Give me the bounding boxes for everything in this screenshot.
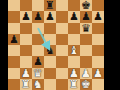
square-c8[interactable] xyxy=(32,0,44,11)
square-d1[interactable] xyxy=(44,79,56,90)
square-g5[interactable] xyxy=(80,34,92,45)
black-pawn-icon: ♟ xyxy=(93,11,103,22)
black-king-icon: ♚ xyxy=(81,0,91,11)
square-c5[interactable] xyxy=(32,34,44,45)
square-g2[interactable]: ♟ xyxy=(80,68,92,79)
square-c6[interactable] xyxy=(32,23,44,34)
square-h8[interactable] xyxy=(92,0,104,11)
white-knight-icon: ♞ xyxy=(33,78,43,89)
video-thumbnail-canvas: ♜♚♟♟♟♟♟♟♛♟♞♝♟♟♛♟♟♟♜♞♜♚ xyxy=(0,0,120,90)
square-a3[interactable] xyxy=(8,56,20,67)
square-f4[interactable]: ♝ xyxy=(68,45,80,56)
square-f8[interactable] xyxy=(68,0,80,11)
square-h3[interactable] xyxy=(92,56,104,67)
square-b4[interactable] xyxy=(20,45,32,56)
square-b6[interactable] xyxy=(20,23,32,34)
square-e5[interactable] xyxy=(56,34,68,45)
square-b3[interactable] xyxy=(20,56,32,67)
square-h1[interactable] xyxy=(92,79,104,90)
white-king-icon: ♚ xyxy=(81,78,91,89)
black-pawn-icon: ♟ xyxy=(33,56,43,67)
letterbox-left xyxy=(0,0,8,90)
square-d3[interactable] xyxy=(44,56,56,67)
square-e6[interactable] xyxy=(56,23,68,34)
black-queen-icon: ♛ xyxy=(81,22,91,33)
black-pawn-icon: ♟ xyxy=(69,11,79,22)
square-a2[interactable] xyxy=(8,68,20,79)
square-e7[interactable] xyxy=(56,11,68,22)
square-e3[interactable] xyxy=(56,56,68,67)
square-d7[interactable]: ♟ xyxy=(44,11,56,22)
square-h2[interactable]: ♟ xyxy=(92,68,104,79)
square-h7[interactable]: ♟ xyxy=(92,11,104,22)
square-h5[interactable] xyxy=(92,34,104,45)
square-d8[interactable]: ♜ xyxy=(44,0,56,11)
square-f7[interactable]: ♟ xyxy=(68,11,80,22)
chess-board: ♜♚♟♟♟♟♟♟♛♟♞♝♟♟♛♟♟♟♜♞♜♚ xyxy=(8,0,104,90)
square-e8[interactable] xyxy=(56,0,68,11)
square-g1[interactable]: ♚ xyxy=(80,79,92,90)
square-d4[interactable]: ♞ xyxy=(44,45,56,56)
square-f6[interactable] xyxy=(68,23,80,34)
square-c1[interactable]: ♞ xyxy=(32,79,44,90)
square-c7[interactable]: ♟ xyxy=(32,11,44,22)
black-pawn-icon: ♟ xyxy=(21,11,31,22)
square-a7[interactable] xyxy=(8,11,20,22)
white-bishop-icon: ♝ xyxy=(69,45,79,56)
white-pawn-icon: ♟ xyxy=(81,67,91,78)
white-queen-icon: ♛ xyxy=(33,67,43,78)
square-e4[interactable] xyxy=(56,45,68,56)
square-e2[interactable] xyxy=(56,68,68,79)
white-pawn-icon: ♟ xyxy=(69,67,79,78)
square-c2[interactable]: ♛ xyxy=(32,68,44,79)
white-pawn-icon: ♟ xyxy=(21,67,31,78)
square-f3[interactable] xyxy=(68,56,80,67)
square-b7[interactable]: ♟ xyxy=(20,11,32,22)
white-rook-icon: ♜ xyxy=(21,78,31,89)
square-f2[interactable]: ♟ xyxy=(68,68,80,79)
square-d2[interactable] xyxy=(44,68,56,79)
square-e1[interactable] xyxy=(56,79,68,90)
square-f1[interactable]: ♜ xyxy=(68,79,80,90)
black-pawn-icon: ♟ xyxy=(33,11,43,22)
black-pawn-icon: ♟ xyxy=(45,11,55,22)
square-f5[interactable] xyxy=(68,34,80,45)
square-g4[interactable] xyxy=(80,45,92,56)
square-g8[interactable]: ♚ xyxy=(80,0,92,11)
square-b2[interactable]: ♟ xyxy=(20,68,32,79)
square-h6[interactable] xyxy=(92,23,104,34)
black-pawn-icon: ♟ xyxy=(9,33,19,44)
white-rook-icon: ♜ xyxy=(69,78,79,89)
square-b8[interactable] xyxy=(20,0,32,11)
square-a1[interactable] xyxy=(8,79,20,90)
square-g7[interactable]: ♟ xyxy=(80,11,92,22)
black-knight-icon: ♞ xyxy=(45,45,55,56)
black-rook-icon: ♜ xyxy=(45,0,55,11)
square-b1[interactable]: ♜ xyxy=(20,79,32,90)
square-a8[interactable] xyxy=(8,0,20,11)
square-b5[interactable] xyxy=(20,34,32,45)
white-pawn-icon: ♟ xyxy=(93,67,103,78)
square-c3[interactable]: ♟ xyxy=(32,56,44,67)
black-pawn-icon: ♟ xyxy=(81,11,91,22)
square-d6[interactable] xyxy=(44,23,56,34)
square-a4[interactable] xyxy=(8,45,20,56)
square-h4[interactable] xyxy=(92,45,104,56)
square-a6[interactable] xyxy=(8,23,20,34)
square-a5[interactable]: ♟ xyxy=(8,34,20,45)
square-g3[interactable] xyxy=(80,56,92,67)
square-g6[interactable]: ♛ xyxy=(80,23,92,34)
square-c4[interactable] xyxy=(32,45,44,56)
square-d5[interactable] xyxy=(44,34,56,45)
letterbox-right xyxy=(104,0,120,90)
